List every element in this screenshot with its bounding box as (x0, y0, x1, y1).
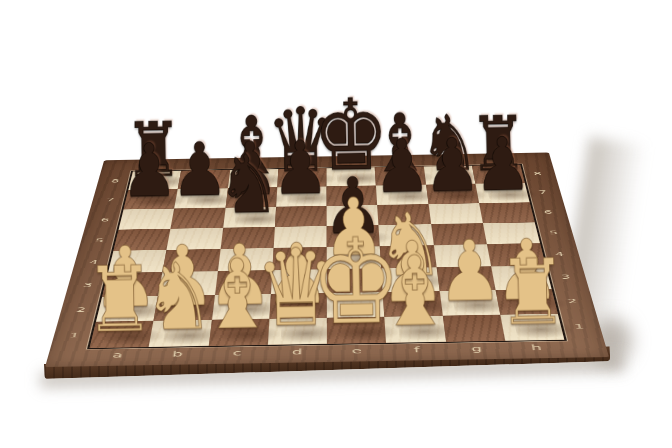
black-pawn-h7[interactable]: ♟ (474, 127, 533, 201)
rank-label-right-3: 3 (551, 265, 581, 289)
rank-label-right-6: 6 (535, 202, 563, 222)
black-knight-c6[interactable]: ♞ (216, 144, 280, 226)
square-h7[interactable]: ♟ (475, 183, 529, 203)
file-label-f: f (386, 345, 447, 359)
rank-label-right-7: 7 (530, 183, 557, 203)
chessboard-product-photo: ♜♝♛♚♝♞♜♟♟♟♟♟♟♟♞♟♟♞♟♟♟♟♟♟♟♜♞♝♛♚♝♜ abcdefg… (0, 0, 672, 448)
square-f1[interactable]: ♝ (385, 316, 446, 343)
square-c6[interactable]: ♞ (223, 207, 276, 228)
black-pawn-d7[interactable]: ♟ (272, 130, 330, 204)
file-label-g: g (446, 344, 508, 358)
rank-label-right-8: 8 (525, 164, 551, 183)
chess-board-grid: ♜♝♛♚♝♞♜♟♟♟♟♟♟♟♞♟♟♞♟♟♟♟♟♟♟♜♞♝♛♚♝♜ (90, 165, 565, 348)
rank-label-left-7: 7 (97, 190, 124, 210)
square-d7[interactable]: ♟ (276, 187, 327, 207)
file-label-b: b (146, 349, 208, 363)
rank-label-right-1: 1 (563, 313, 595, 339)
square-a6[interactable] (119, 208, 175, 229)
white-bishop-f1[interactable]: ♝ (377, 243, 453, 340)
rank-label-right-4: 4 (545, 243, 574, 266)
perspective-wrapper: ♜♝♛♚♝♞♜♟♟♟♟♟♟♟♞♟♟♞♟♟♟♟♟♟♟♜♞♝♛♚♝♜ abcdefg… (0, 0, 672, 448)
rank-label-left-6: 6 (91, 209, 118, 230)
file-label-a: a (86, 350, 149, 364)
square-a7[interactable]: ♟ (124, 189, 178, 209)
file-label-d: d (267, 347, 327, 361)
rank-label-right-5: 5 (540, 222, 568, 243)
file-label-e: e (327, 346, 387, 360)
board-frame: ♜♝♛♚♝♞♜♟♟♟♟♟♟♟♞♟♟♞♟♟♟♟♟♟♟♜♞♝♛♚♝♜ abcdefg… (45, 153, 609, 367)
file-label-h: h (506, 343, 569, 357)
black-pawn-a7[interactable]: ♟ (120, 133, 178, 207)
file-label-c: c (206, 348, 267, 362)
square-h6[interactable] (479, 202, 535, 223)
square-h1[interactable]: ♜ (500, 314, 564, 341)
rank-label-right-2: 2 (557, 288, 588, 313)
